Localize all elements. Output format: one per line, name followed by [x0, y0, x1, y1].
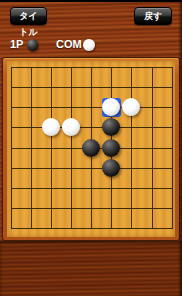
player2-stone-icon — [83, 39, 95, 51]
table-wood — [0, 241, 182, 296]
screen-right-edge — [178, 0, 182, 296]
stone-black — [102, 139, 120, 157]
stone-white — [42, 118, 60, 136]
grid-vline — [131, 67, 132, 228]
screen-top-edge — [0, 0, 182, 2]
app-screen: タイトル 戻す 1P COM — [0, 0, 182, 296]
grid-hline — [11, 208, 173, 209]
players-row: 1P COM — [0, 38, 182, 52]
grid-vline — [172, 67, 173, 228]
player2-label: COM — [56, 38, 82, 51]
stone-white — [122, 98, 140, 116]
go-board-frame — [2, 57, 180, 241]
player1-label: 1P — [10, 38, 23, 51]
stone-black — [102, 159, 120, 177]
title-button[interactable]: タイトル — [10, 7, 47, 25]
grid-hline — [11, 228, 173, 229]
go-board[interactable] — [7, 61, 175, 237]
stone-black — [82, 139, 100, 157]
grid-hline — [11, 188, 173, 189]
stone-white — [62, 118, 80, 136]
undo-button[interactable]: 戻す — [134, 7, 172, 25]
stone-black — [102, 118, 120, 136]
grid-vline — [152, 67, 153, 228]
player1-stone-icon — [27, 39, 39, 51]
grid-hline — [11, 168, 173, 169]
